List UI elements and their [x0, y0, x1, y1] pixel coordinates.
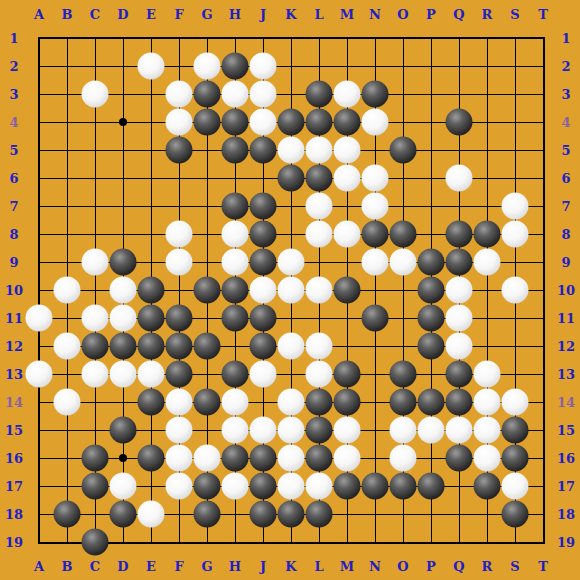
white-stone-K10: [278, 277, 305, 304]
col-label-bottom-K: K: [285, 560, 296, 573]
black-stone-S16: [502, 445, 529, 472]
row-label-left-8: 8: [9, 228, 18, 241]
white-stone-M8: [334, 221, 361, 248]
black-stone-J16: [250, 445, 277, 472]
white-stone-F15: [166, 417, 193, 444]
white-stone-L8: [306, 221, 333, 248]
row-label-right-7: 7: [561, 200, 570, 213]
white-stone-K12: [278, 333, 305, 360]
black-stone-M14: [334, 389, 361, 416]
black-stone-J8: [250, 221, 277, 248]
col-label-bottom-Q: Q: [453, 560, 464, 573]
black-stone-E11: [138, 305, 165, 332]
col-label-bottom-F: F: [174, 560, 183, 573]
black-stone-F5: [166, 137, 193, 164]
white-stone-F4: [166, 109, 193, 136]
black-stone-D12: [110, 333, 137, 360]
black-stone-G17: [194, 473, 221, 500]
black-stone-L4: [306, 109, 333, 136]
white-stone-N4: [362, 109, 389, 136]
black-stone-O13: [390, 361, 417, 388]
black-stone-E10: [138, 277, 165, 304]
white-stone-E13: [138, 361, 165, 388]
col-label-bottom-O: O: [397, 560, 408, 573]
row-label-left-9: 9: [9, 256, 18, 269]
black-stone-M10: [334, 277, 361, 304]
col-label-bottom-B: B: [62, 560, 73, 573]
col-label-bottom-E: E: [146, 560, 156, 573]
row-label-right-10: 10: [557, 284, 575, 297]
white-stone-J15: [250, 417, 277, 444]
black-stone-N11: [362, 305, 389, 332]
black-stone-E16: [138, 445, 165, 472]
white-stone-D17: [110, 473, 137, 500]
row-label-left-14: 14: [5, 396, 23, 409]
white-stone-B10: [54, 277, 81, 304]
col-label-top-J: J: [260, 8, 266, 21]
col-label-top-H: H: [229, 8, 241, 21]
col-label-top-G: G: [201, 8, 212, 21]
black-stone-L15: [306, 417, 333, 444]
white-stone-P15: [418, 417, 445, 444]
col-label-bottom-L: L: [314, 560, 323, 573]
col-label-top-K: K: [285, 8, 296, 21]
col-label-bottom-A: A: [34, 560, 44, 573]
col-label-top-S: S: [510, 8, 519, 21]
black-stone-R8: [474, 221, 501, 248]
star-point-D4: [119, 118, 127, 126]
black-stone-L18: [306, 501, 333, 528]
go-board[interactable]: AABBCCDDEEFFGGHHJJKKLLMMNNOOPPQQRRSSTT11…: [0, 0, 580, 580]
black-stone-B18: [54, 501, 81, 528]
row-label-right-15: 15: [557, 424, 575, 437]
black-stone-P17: [418, 473, 445, 500]
black-stone-H13: [222, 361, 249, 388]
white-stone-K14: [278, 389, 305, 416]
white-stone-D10: [110, 277, 137, 304]
black-stone-E12: [138, 333, 165, 360]
row-label-right-6: 6: [561, 172, 570, 185]
row-label-right-3: 3: [561, 88, 570, 101]
black-stone-G14: [194, 389, 221, 416]
row-label-left-19: 19: [5, 536, 23, 549]
white-stone-F16: [166, 445, 193, 472]
col-label-bottom-J: J: [260, 560, 266, 573]
white-stone-R15: [474, 417, 501, 444]
white-stone-F3: [166, 81, 193, 108]
star-point-D16: [119, 454, 127, 462]
black-stone-N8: [362, 221, 389, 248]
black-stone-S15: [502, 417, 529, 444]
white-stone-O9: [390, 249, 417, 276]
row-label-right-16: 16: [557, 452, 575, 465]
row-label-left-13: 13: [5, 368, 23, 381]
black-stone-J11: [250, 305, 277, 332]
black-stone-L6: [306, 165, 333, 192]
black-stone-D15: [110, 417, 137, 444]
black-stone-C16: [82, 445, 109, 472]
col-label-top-P: P: [426, 8, 436, 21]
white-stone-J3: [250, 81, 277, 108]
col-label-bottom-H: H: [229, 560, 241, 573]
black-stone-J9: [250, 249, 277, 276]
white-stone-Q10: [446, 277, 473, 304]
black-stone-H4: [222, 109, 249, 136]
black-stone-S18: [502, 501, 529, 528]
black-stone-Q13: [446, 361, 473, 388]
white-stone-R13: [474, 361, 501, 388]
white-stone-S14: [502, 389, 529, 416]
white-stone-S7: [502, 193, 529, 220]
white-stone-N9: [362, 249, 389, 276]
black-stone-H7: [222, 193, 249, 220]
black-stone-P12: [418, 333, 445, 360]
white-stone-Q11: [446, 305, 473, 332]
row-label-left-6: 6: [9, 172, 18, 185]
black-stone-G10: [194, 277, 221, 304]
white-stone-C11: [82, 305, 109, 332]
white-stone-L5: [306, 137, 333, 164]
white-stone-E18: [138, 501, 165, 528]
col-label-top-Q: Q: [453, 8, 464, 21]
row-label-right-4: 4: [561, 116, 570, 129]
col-label-top-B: B: [62, 8, 73, 21]
col-label-bottom-N: N: [369, 560, 381, 573]
black-stone-H16: [222, 445, 249, 472]
black-stone-C17: [82, 473, 109, 500]
row-label-left-4: 4: [9, 116, 18, 129]
white-stone-J13: [250, 361, 277, 388]
row-label-right-9: 9: [561, 256, 570, 269]
black-stone-K18: [278, 501, 305, 528]
white-stone-H15: [222, 417, 249, 444]
black-stone-N17: [362, 473, 389, 500]
col-label-top-A: A: [34, 8, 44, 21]
white-stone-L17: [306, 473, 333, 500]
black-stone-J17: [250, 473, 277, 500]
white-stone-B12: [54, 333, 81, 360]
row-label-right-13: 13: [557, 368, 575, 381]
row-label-right-2: 2: [561, 60, 570, 73]
row-label-right-17: 17: [557, 480, 575, 493]
col-label-top-N: N: [369, 8, 381, 21]
white-stone-C3: [82, 81, 109, 108]
black-stone-P11: [418, 305, 445, 332]
white-stone-R9: [474, 249, 501, 276]
black-stone-Q8: [446, 221, 473, 248]
white-stone-N7: [362, 193, 389, 220]
black-stone-F12: [166, 333, 193, 360]
white-stone-H14: [222, 389, 249, 416]
black-stone-H11: [222, 305, 249, 332]
white-stone-J4: [250, 109, 277, 136]
white-stone-K17: [278, 473, 305, 500]
white-stone-S17: [502, 473, 529, 500]
black-stone-Q9: [446, 249, 473, 276]
white-stone-Q15: [446, 417, 473, 444]
black-stone-G4: [194, 109, 221, 136]
col-label-top-L: L: [314, 8, 323, 21]
white-stone-S10: [502, 277, 529, 304]
white-stone-J2: [250, 53, 277, 80]
col-label-bottom-C: C: [90, 560, 100, 573]
row-label-left-3: 3: [9, 88, 18, 101]
white-stone-K16: [278, 445, 305, 472]
col-label-top-T: T: [538, 8, 548, 21]
white-stone-D13: [110, 361, 137, 388]
col-label-top-F: F: [174, 8, 183, 21]
row-label-left-18: 18: [5, 508, 23, 521]
row-label-right-5: 5: [561, 144, 570, 157]
white-stone-M6: [334, 165, 361, 192]
col-label-bottom-G: G: [201, 560, 212, 573]
col-label-top-O: O: [397, 8, 408, 21]
black-stone-K4: [278, 109, 305, 136]
black-stone-F13: [166, 361, 193, 388]
col-label-bottom-S: S: [510, 560, 519, 573]
white-stone-M3: [334, 81, 361, 108]
white-stone-A13: [26, 361, 53, 388]
white-stone-L13: [306, 361, 333, 388]
col-label-top-D: D: [117, 8, 128, 21]
row-label-left-16: 16: [5, 452, 23, 465]
black-stone-J12: [250, 333, 277, 360]
black-stone-L14: [306, 389, 333, 416]
black-stone-O14: [390, 389, 417, 416]
col-label-top-E: E: [146, 8, 156, 21]
white-stone-H17: [222, 473, 249, 500]
black-stone-C12: [82, 333, 109, 360]
row-label-left-12: 12: [5, 340, 23, 353]
white-stone-J10: [250, 277, 277, 304]
white-stone-A11: [26, 305, 53, 332]
white-stone-G16: [194, 445, 221, 472]
col-label-bottom-R: R: [482, 560, 493, 573]
black-stone-N3: [362, 81, 389, 108]
row-label-left-15: 15: [5, 424, 23, 437]
col-label-top-M: M: [340, 8, 354, 21]
black-stone-J18: [250, 501, 277, 528]
black-stone-H5: [222, 137, 249, 164]
white-stone-K15: [278, 417, 305, 444]
white-stone-M15: [334, 417, 361, 444]
row-label-left-17: 17: [5, 480, 23, 493]
row-label-left-10: 10: [5, 284, 23, 297]
black-stone-H10: [222, 277, 249, 304]
black-stone-M17: [334, 473, 361, 500]
white-stone-F14: [166, 389, 193, 416]
white-stone-R16: [474, 445, 501, 472]
black-stone-M13: [334, 361, 361, 388]
white-stone-H9: [222, 249, 249, 276]
row-label-right-11: 11: [557, 312, 575, 325]
white-stone-R14: [474, 389, 501, 416]
black-stone-O5: [390, 137, 417, 164]
black-stone-Q14: [446, 389, 473, 416]
black-stone-D18: [110, 501, 137, 528]
black-stone-G3: [194, 81, 221, 108]
col-label-bottom-T: T: [538, 560, 548, 573]
white-stone-M5: [334, 137, 361, 164]
black-stone-J7: [250, 193, 277, 220]
black-stone-M4: [334, 109, 361, 136]
black-stone-L3: [306, 81, 333, 108]
col-label-top-R: R: [482, 8, 493, 21]
white-stone-G2: [194, 53, 221, 80]
white-stone-H8: [222, 221, 249, 248]
black-stone-Q4: [446, 109, 473, 136]
row-label-left-7: 7: [9, 200, 18, 213]
white-stone-L10: [306, 277, 333, 304]
row-label-right-14: 14: [557, 396, 575, 409]
row-label-right-12: 12: [557, 340, 575, 353]
white-stone-N6: [362, 165, 389, 192]
white-stone-Q12: [446, 333, 473, 360]
black-stone-L16: [306, 445, 333, 472]
row-label-right-19: 19: [557, 536, 575, 549]
black-stone-G12: [194, 333, 221, 360]
row-label-right-8: 8: [561, 228, 570, 241]
black-stone-O8: [390, 221, 417, 248]
white-stone-S8: [502, 221, 529, 248]
black-stone-D9: [110, 249, 137, 276]
black-stone-R17: [474, 473, 501, 500]
white-stone-H3: [222, 81, 249, 108]
row-label-left-11: 11: [5, 312, 23, 325]
row-label-left-5: 5: [9, 144, 18, 157]
white-stone-O16: [390, 445, 417, 472]
row-label-right-1: 1: [561, 32, 570, 45]
white-stone-F9: [166, 249, 193, 276]
black-stone-G18: [194, 501, 221, 528]
white-stone-D11: [110, 305, 137, 332]
black-stone-P10: [418, 277, 445, 304]
row-label-left-1: 1: [9, 32, 18, 45]
black-stone-P9: [418, 249, 445, 276]
black-stone-H2: [222, 53, 249, 80]
col-label-bottom-P: P: [426, 560, 436, 573]
white-stone-C9: [82, 249, 109, 276]
white-stone-L12: [306, 333, 333, 360]
white-stone-O15: [390, 417, 417, 444]
black-stone-Q16: [446, 445, 473, 472]
col-label-top-C: C: [90, 8, 100, 21]
white-stone-L7: [306, 193, 333, 220]
row-label-right-18: 18: [557, 508, 575, 521]
white-stone-F17: [166, 473, 193, 500]
black-stone-P14: [418, 389, 445, 416]
white-stone-B14: [54, 389, 81, 416]
white-stone-K5: [278, 137, 305, 164]
white-stone-C13: [82, 361, 109, 388]
row-label-left-2: 2: [9, 60, 18, 73]
black-stone-E14: [138, 389, 165, 416]
col-label-bottom-D: D: [117, 560, 128, 573]
white-stone-E2: [138, 53, 165, 80]
white-stone-M16: [334, 445, 361, 472]
black-stone-J5: [250, 137, 277, 164]
black-stone-C19: [82, 529, 109, 556]
black-stone-O17: [390, 473, 417, 500]
white-stone-F8: [166, 221, 193, 248]
col-label-bottom-M: M: [340, 560, 354, 573]
white-stone-K9: [278, 249, 305, 276]
black-stone-F11: [166, 305, 193, 332]
black-stone-K6: [278, 165, 305, 192]
white-stone-Q6: [446, 165, 473, 192]
